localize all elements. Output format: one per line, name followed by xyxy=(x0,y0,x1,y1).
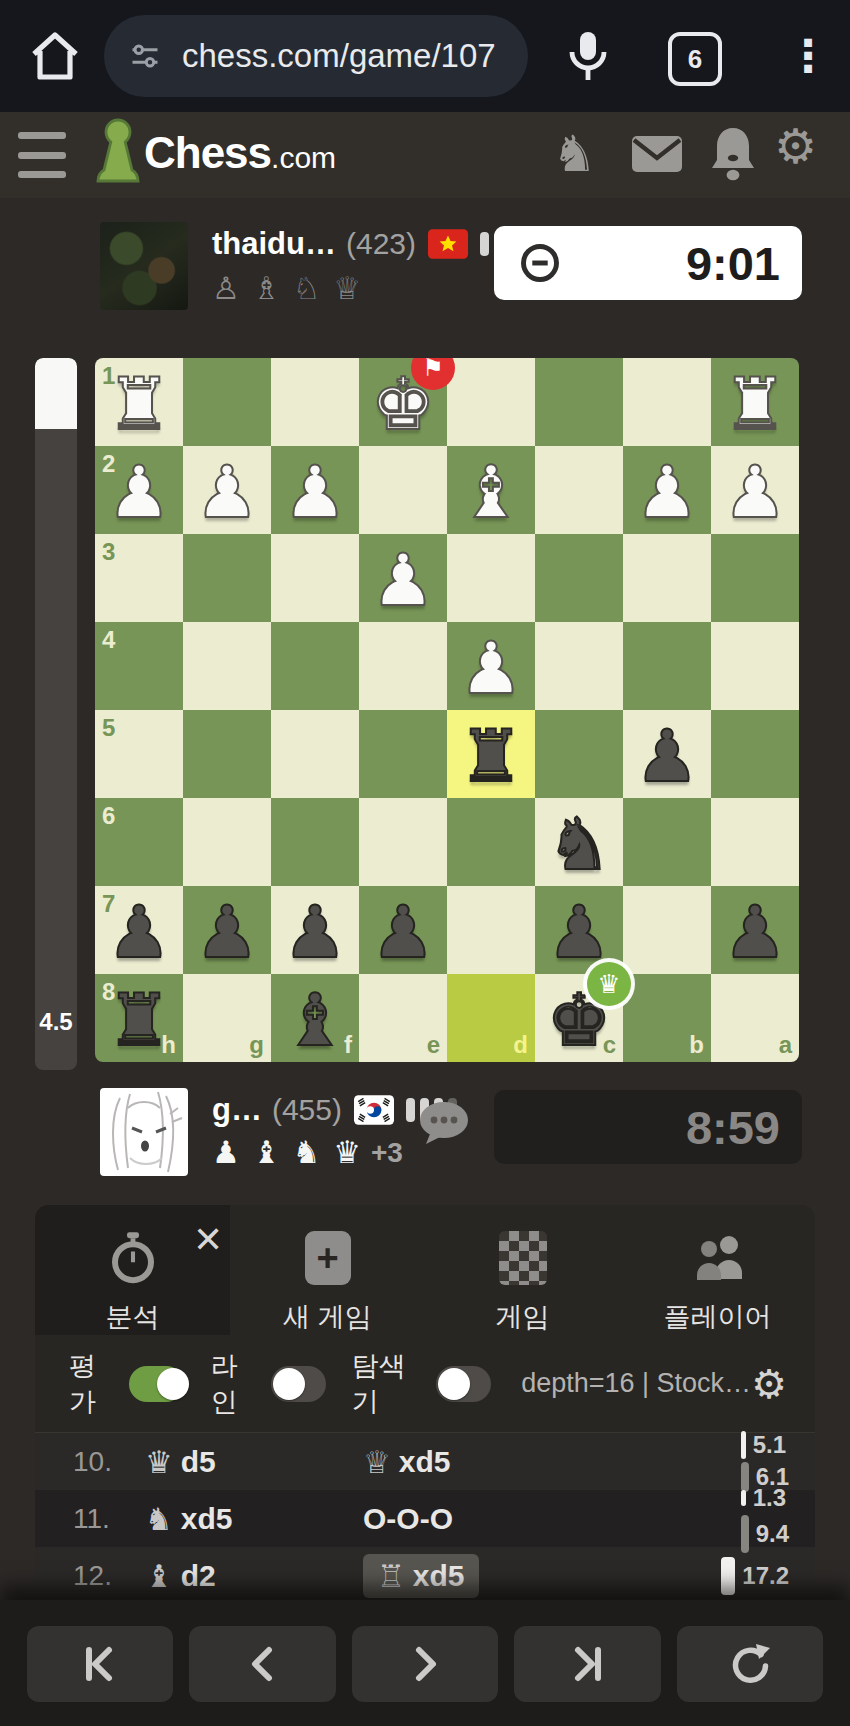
tab-count: 6 xyxy=(688,44,702,75)
analysis-toggles-row: 평가 라인 탐색기 depth=16 | Stock… ⚙ xyxy=(35,1335,815,1433)
timer-icon xyxy=(518,241,562,285)
rank-label: 6 xyxy=(102,802,115,830)
figurine-icon: ♝ xyxy=(145,1558,173,1594)
square-b5[interactable]: ♟ xyxy=(623,710,711,798)
square-f7[interactable]: ♟ xyxy=(271,886,359,974)
white-pawn[interactable]: ♟ xyxy=(95,446,183,534)
file-label: e xyxy=(427,1031,440,1059)
vietnam-flag-icon xyxy=(428,229,468,259)
rank-label: 5 xyxy=(102,714,115,742)
time-bar xyxy=(741,1515,749,1553)
eval-bar: 4.5 xyxy=(35,358,77,1070)
figurine-icon: ♕ xyxy=(363,1444,391,1480)
captured-tray-bottom: ♟ ♝ ♞ ♛ xyxy=(212,1134,363,1171)
player-top-name[interactable]: thaidu… xyxy=(212,226,336,262)
url-bar[interactable]: chess.com/game/107 xyxy=(104,15,528,97)
white-pawn[interactable]: ♟ xyxy=(271,446,359,534)
black-pawn[interactable]: ♟ xyxy=(711,886,799,974)
tab-players-label: 플레이어 xyxy=(664,1299,772,1335)
move-times: 5.16.1 xyxy=(741,1431,789,1492)
square-e2[interactable] xyxy=(359,446,447,534)
square-a3[interactable] xyxy=(711,534,799,622)
challenge-knight-icon[interactable]: ♞ xyxy=(552,124,597,184)
tab-games[interactable]: 게임 xyxy=(425,1205,620,1335)
square-e5[interactable] xyxy=(359,710,447,798)
white-bishop[interactable]: ♝ xyxy=(447,446,535,534)
chess-board: 1♜♚⚑♜2♟♟♟♝♟♟3♟4♟5♜♟6♞7♟♟♟♟♟♟8h♜gf♝edc♚♛b… xyxy=(95,358,799,1062)
analysis-tabs: 분석 + 새 게임 게임 플레이어 xyxy=(35,1205,815,1335)
player-top-info: thaidu… (423) xyxy=(212,226,531,262)
clock-bottom-time: 8:59 xyxy=(686,1100,780,1155)
black-bishop[interactable]: ♝ xyxy=(271,974,359,1062)
square-e7[interactable]: ♟ xyxy=(359,886,447,974)
black-knight[interactable]: ♞ xyxy=(535,798,623,886)
square-h8[interactable]: 8h♜ xyxy=(95,974,183,1062)
square-b2[interactable]: ♟ xyxy=(623,446,711,534)
nav-reload-icon xyxy=(726,1640,774,1688)
white-pawn[interactable]: ♟ xyxy=(623,446,711,534)
toggle-explorer-label: 탐색기 xyxy=(352,1348,424,1420)
material-advantage: +3 xyxy=(371,1137,403,1169)
square-b8[interactable]: b xyxy=(623,974,711,1062)
white-move[interactable]: ♝d2 xyxy=(145,1558,363,1594)
player-bottom-rating: (455) xyxy=(272,1093,342,1127)
move-row: 11.♞xd5O-O-O1.39.4 xyxy=(35,1490,815,1547)
square-e3[interactable]: ♟ xyxy=(359,534,447,622)
browser-chrome: chess.com/game/107 6 ⋮ xyxy=(0,0,850,112)
alerts-icon[interactable] xyxy=(706,124,760,182)
square-b6[interactable] xyxy=(623,798,711,886)
time-value: 9.4 xyxy=(756,1520,789,1548)
site-settings-icon[interactable] xyxy=(130,41,160,71)
time-value: 17.2 xyxy=(742,1562,789,1590)
square-e4[interactable] xyxy=(359,622,447,710)
black-pawn[interactable]: ♟ xyxy=(183,886,271,974)
black-pawn[interactable]: ♟ xyxy=(535,886,623,974)
square-h5[interactable]: 5 xyxy=(95,710,183,798)
player-bottom-row: g… (455) ♟ ♝ ♞ ♛ +3 xyxy=(0,1078,850,1210)
square-c2[interactable] xyxy=(535,446,623,534)
file-label: d xyxy=(513,1031,528,1059)
player-top-rating: (423) xyxy=(346,227,416,261)
nav-back-button[interactable] xyxy=(189,1626,335,1702)
move-san: d5 xyxy=(181,1445,216,1479)
captured-tray-bottom-wrap: ♟ ♝ ♞ ♛ +3 xyxy=(212,1134,403,1171)
move-times: 17.2 xyxy=(721,1557,789,1595)
nav-forward-button[interactable] xyxy=(352,1626,498,1702)
square-a4[interactable] xyxy=(711,622,799,710)
square-g3[interactable] xyxy=(183,534,271,622)
hamburger-icon[interactable] xyxy=(18,132,66,178)
white-rook[interactable]: ♜ xyxy=(711,358,799,446)
white-pawn[interactable]: ♟ xyxy=(447,622,535,710)
move-row: 12.♝d2♖xd517.2 xyxy=(35,1547,815,1604)
square-c7[interactable]: ♟ xyxy=(535,886,623,974)
black-move[interactable]: O-O-O xyxy=(363,1502,613,1536)
square-g7[interactable]: ♟ xyxy=(183,886,271,974)
mic-icon[interactable] xyxy=(560,26,616,88)
player-top-row: thaidu… (423) ♙ ♗ ♘ ♕ 9:01 xyxy=(0,198,850,330)
toggle-eval[interactable] xyxy=(129,1366,184,1402)
square-a5[interactable] xyxy=(711,710,799,798)
square-c6[interactable]: ♞ xyxy=(535,798,623,886)
chat-bubble-icon[interactable] xyxy=(418,1100,470,1146)
figurine-icon: ♖ xyxy=(377,1558,405,1594)
square-e8[interactable]: e xyxy=(359,974,447,1062)
square-d5[interactable]: ♜ xyxy=(447,710,535,798)
figurine-icon: ♞ xyxy=(145,1501,173,1537)
menu-dots-icon[interactable]: ⋮ xyxy=(786,26,830,86)
eval-value: 4.5 xyxy=(35,1008,77,1036)
black-pawn[interactable]: ♟ xyxy=(359,886,447,974)
move-san: d2 xyxy=(181,1559,216,1593)
tab-games-label: 게임 xyxy=(496,1299,550,1335)
toggle-explorer[interactable] xyxy=(436,1366,491,1402)
square-g1[interactable] xyxy=(183,358,271,446)
games-board-icon xyxy=(499,1231,547,1285)
players-icon xyxy=(689,1231,747,1285)
move-number: 10. xyxy=(73,1446,145,1478)
square-b7[interactable] xyxy=(623,886,711,974)
captured-tray-top: ♙ ♗ ♘ ♕ xyxy=(212,270,363,307)
square-d3[interactable] xyxy=(447,534,535,622)
home-icon[interactable] xyxy=(28,28,82,84)
white-rook[interactable]: ♜ xyxy=(95,358,183,446)
url-text: chess.com/game/107 xyxy=(182,37,496,75)
square-h1[interactable]: 1♜ xyxy=(95,358,183,446)
file-label: g xyxy=(249,1031,264,1059)
black-rook[interactable]: ♜ xyxy=(447,710,535,798)
square-e1[interactable]: ♚⚑ xyxy=(359,358,447,446)
bottom-navbar xyxy=(0,1600,850,1726)
player-bottom-name[interactable]: g… xyxy=(212,1092,262,1128)
square-a2[interactable]: ♟ xyxy=(711,446,799,534)
square-d8[interactable]: d xyxy=(447,974,535,1062)
square-f5[interactable] xyxy=(271,710,359,798)
square-a7[interactable]: ♟ xyxy=(711,886,799,974)
square-c8[interactable]: c♚♛ xyxy=(535,974,623,1062)
black-pawn[interactable]: ♟ xyxy=(623,710,711,798)
square-b4[interactable] xyxy=(623,622,711,710)
square-d2[interactable]: ♝ xyxy=(447,446,535,534)
move-times: 1.39.4 xyxy=(741,1484,789,1553)
brand-suffix: .com xyxy=(271,141,336,175)
toggle-eval-label: 평가 xyxy=(69,1348,117,1420)
move-san: xd5 xyxy=(413,1559,465,1593)
black-move[interactable]: ♕xd5 xyxy=(363,1444,613,1480)
engine-settings-icon[interactable]: ⚙ xyxy=(751,1361,787,1407)
square-a8[interactable]: a xyxy=(711,974,799,1062)
square-c4[interactable] xyxy=(535,622,623,710)
move-number: 11. xyxy=(73,1503,145,1535)
square-h7[interactable]: 7♟ xyxy=(95,886,183,974)
tab-counter[interactable]: 6 xyxy=(668,32,722,86)
square-f3[interactable] xyxy=(271,534,359,622)
time-value: 1.3 xyxy=(753,1484,786,1512)
square-e6[interactable] xyxy=(359,798,447,886)
white-pawn[interactable]: ♟ xyxy=(359,534,447,622)
time-bar xyxy=(741,1431,746,1458)
messages-icon[interactable] xyxy=(630,134,684,174)
move-row: 10.♛d5♕xd55.16.1 xyxy=(35,1433,815,1490)
square-h3[interactable]: 3 xyxy=(95,534,183,622)
close-icon[interactable]: ✕ xyxy=(193,1219,223,1261)
white-move[interactable]: ♛d5 xyxy=(145,1444,363,1480)
avatar-bottom[interactable] xyxy=(100,1088,188,1176)
square-d4[interactable]: ♟ xyxy=(447,622,535,710)
black-rook[interactable]: ♜ xyxy=(95,974,183,1062)
tab-players[interactable]: 플레이어 xyxy=(620,1205,815,1335)
winner-crown-badge: ♛ xyxy=(587,962,631,1006)
nav-reload-button[interactable] xyxy=(677,1626,823,1702)
square-f2[interactable]: ♟ xyxy=(271,446,359,534)
time-bar xyxy=(721,1557,735,1595)
settings-icon[interactable]: ⚙ xyxy=(774,118,817,174)
screen: chess.com/game/107 6 ⋮ Chess .com ♞ xyxy=(0,0,850,1726)
stopwatch-icon xyxy=(109,1231,157,1285)
square-d6[interactable] xyxy=(447,798,535,886)
move-san: xd5 xyxy=(181,1502,233,1536)
move-number: 12. xyxy=(73,1560,145,1592)
black-pawn[interactable]: ♟ xyxy=(271,886,359,974)
move-san: xd5 xyxy=(399,1445,451,1479)
new-game-icon: + xyxy=(305,1231,351,1285)
site-header: Chess .com ♞ ⚙ xyxy=(0,112,850,198)
square-b1[interactable] xyxy=(623,358,711,446)
move-san: O-O-O xyxy=(363,1502,453,1536)
square-f6[interactable] xyxy=(271,798,359,886)
clock-top-time: 9:01 xyxy=(686,236,780,291)
rank-label: 3 xyxy=(102,538,115,566)
square-g4[interactable] xyxy=(183,622,271,710)
analysis-panel: 분석 + 새 게임 게임 플레이어 ✕ 평가 xyxy=(35,1205,815,1607)
square-d7[interactable] xyxy=(447,886,535,974)
toggle-lines-label: 라인 xyxy=(210,1348,258,1420)
square-f1[interactable] xyxy=(271,358,359,446)
nav-first-button[interactable] xyxy=(27,1626,173,1702)
square-d1[interactable] xyxy=(447,358,535,446)
file-label: a xyxy=(779,1031,792,1059)
square-g8[interactable]: g xyxy=(183,974,271,1062)
avatar-top[interactable] xyxy=(100,222,188,310)
chesscom-logo[interactable]: Chess .com xyxy=(92,114,336,192)
eval-bar-white xyxy=(35,358,77,429)
engine-label[interactable]: depth=16 | Stock… xyxy=(521,1368,751,1399)
time-bar xyxy=(741,1490,746,1506)
white-move[interactable]: ♞xd5 xyxy=(145,1501,363,1537)
tab-analysis-label: 분석 xyxy=(106,1299,160,1335)
toggle-lines[interactable] xyxy=(271,1366,326,1402)
square-g2[interactable]: ♟ xyxy=(183,446,271,534)
square-g5[interactable] xyxy=(183,710,271,798)
black-move[interactable]: ♖xd5 xyxy=(363,1554,613,1598)
white-pawn[interactable]: ♟ xyxy=(711,446,799,534)
square-h6[interactable]: 6 xyxy=(95,798,183,886)
square-f8[interactable]: f♝ xyxy=(271,974,359,1062)
square-c1[interactable] xyxy=(535,358,623,446)
file-label: b xyxy=(689,1031,704,1059)
square-h2[interactable]: 2♟ xyxy=(95,446,183,534)
move-list: 10.♛d5♕xd55.16.111.♞xd5O-O-O1.39.412.♝d2… xyxy=(35,1433,815,1604)
clock-top: 9:01 xyxy=(494,226,802,300)
tab-new-game-label: 새 게임 xyxy=(283,1299,372,1335)
square-b3[interactable] xyxy=(623,534,711,622)
square-f4[interactable] xyxy=(271,622,359,710)
black-pawn[interactable]: ♟ xyxy=(95,886,183,974)
white-pawn[interactable]: ♟ xyxy=(183,446,271,534)
square-a1[interactable]: ♜ xyxy=(711,358,799,446)
clock-bottom: 8:59 xyxy=(494,1090,802,1164)
brand-name: Chess xyxy=(144,128,271,178)
nav-last-button[interactable] xyxy=(514,1626,660,1702)
nav-last-icon xyxy=(563,1640,611,1688)
square-a6[interactable] xyxy=(711,798,799,886)
logo-pawn-icon xyxy=(92,114,144,192)
square-g6[interactable] xyxy=(183,798,271,886)
rank-label: 4 xyxy=(102,626,115,654)
square-c3[interactable] xyxy=(535,534,623,622)
figurine-icon: ♛ xyxy=(145,1444,173,1480)
nav-back-icon xyxy=(239,1640,287,1688)
nav-forward-icon xyxy=(401,1640,449,1688)
square-c5[interactable] xyxy=(535,710,623,798)
tab-new-game[interactable]: + 새 게임 xyxy=(230,1205,425,1335)
time-value: 5.1 xyxy=(753,1431,786,1459)
square-h4[interactable]: 4 xyxy=(95,622,183,710)
nav-first-icon xyxy=(76,1640,124,1688)
south-korea-flag-icon xyxy=(354,1095,394,1125)
